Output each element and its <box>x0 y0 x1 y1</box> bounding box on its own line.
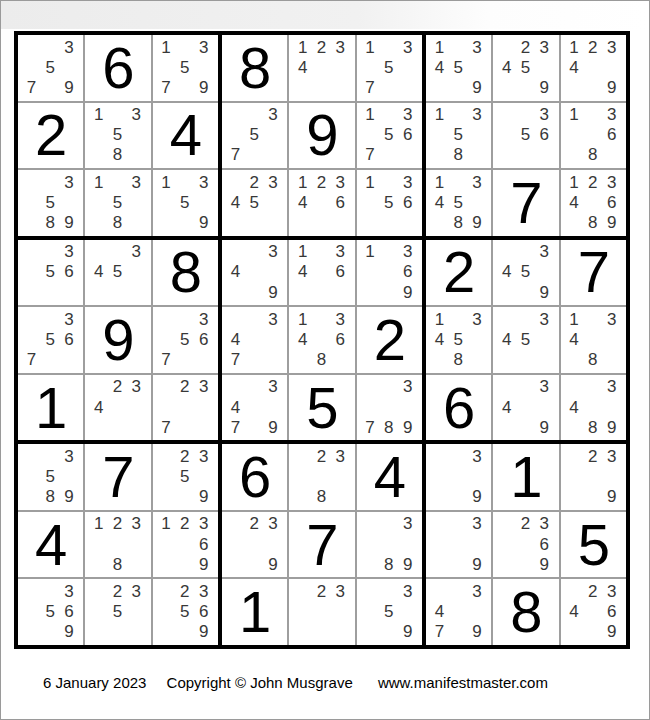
candidate-7 <box>89 417 108 437</box>
candidate-1: 1 <box>361 242 380 262</box>
candidate-2 <box>41 581 60 601</box>
candidate-3: 3 <box>398 105 417 125</box>
candidate-9: 9 <box>602 417 621 437</box>
candidate-8 <box>379 145 398 165</box>
candidate-9: 9 <box>602 77 621 97</box>
candidate-7 <box>361 212 380 232</box>
candidate-4 <box>89 534 108 554</box>
candidate-9 <box>127 417 146 437</box>
cell-r9c1[interactable]: 3569 <box>18 579 83 645</box>
candidate-5 <box>379 397 398 417</box>
given-digit: 8 <box>510 583 541 641</box>
cell-r4c9[interactable]: 7 <box>561 240 626 306</box>
candidate-3: 3 <box>331 37 350 57</box>
candidate-3: 3 <box>398 514 417 534</box>
candidate-3: 3 <box>468 514 487 534</box>
candidate-1: 1 <box>361 37 380 57</box>
cell-r4c4[interactable]: 349 <box>222 240 287 306</box>
candidate-9: 9 <box>194 487 213 507</box>
candidate-6 <box>602 57 621 77</box>
given-digit: 8 <box>170 243 201 301</box>
cell-r4c3[interactable]: 8 <box>153 240 218 306</box>
cell-r5c5[interactable]: 13468 <box>289 307 354 373</box>
cell-r8c1[interactable]: 4 <box>18 512 83 578</box>
candidate-grid: 3589 <box>22 172 78 233</box>
candidate-3: 3 <box>264 309 283 329</box>
candidate-7 <box>226 554 245 574</box>
candidate-4 <box>89 125 108 145</box>
cell-r8c5[interactable]: 7 <box>289 512 354 578</box>
candidate-9: 9 <box>602 487 621 507</box>
candidate-8 <box>245 282 264 302</box>
candidate-1 <box>430 581 449 601</box>
candidate-9: 9 <box>535 417 554 437</box>
candidate-9: 9 <box>535 282 554 302</box>
puzzle-page: 3579613579213584358913581359812341357357… <box>0 0 650 720</box>
candidate-3: 3 <box>535 37 554 57</box>
candidate-3: 3 <box>468 172 487 192</box>
candidate-2: 2 <box>108 377 127 397</box>
candidate-9 <box>398 212 417 232</box>
cell-r5c8[interactable]: 345 <box>493 307 558 373</box>
cell-r4c2[interactable]: 345 <box>85 240 150 306</box>
given-digit: 2 <box>35 106 66 164</box>
cell-r5c3[interactable]: 3567 <box>153 307 218 373</box>
candidate-6 <box>60 192 79 212</box>
candidate-3: 3 <box>264 172 283 192</box>
candidate-7: 7 <box>361 417 380 437</box>
box-9: 39123939236953479823469 <box>426 444 626 645</box>
candidate-1 <box>226 514 245 534</box>
candidate-9: 9 <box>602 622 621 642</box>
candidate-4: 4 <box>497 329 516 349</box>
puzzle-date: 6 January 2023 <box>43 674 146 691</box>
candidate-1 <box>430 446 449 466</box>
candidate-8 <box>449 622 468 642</box>
cell-r8c8[interactable]: 2369 <box>493 512 558 578</box>
cell-r2c5[interactable]: 9 <box>289 103 354 169</box>
candidate-5: 5 <box>41 467 60 487</box>
candidate-9: 9 <box>398 554 417 574</box>
given-digit: 5 <box>578 516 609 574</box>
candidate-3: 3 <box>468 446 487 466</box>
cell-r3c2[interactable]: 1358 <box>85 170 150 236</box>
candidate-8 <box>245 350 264 370</box>
candidate-grid: 12349 <box>565 37 621 98</box>
cell-r2c3[interactable]: 4 <box>153 103 218 169</box>
candidate-8 <box>449 487 468 507</box>
candidate-5 <box>175 534 194 554</box>
candidate-1: 1 <box>89 172 108 192</box>
candidate-5: 5 <box>516 329 535 349</box>
candidate-grid: 3489 <box>565 377 621 438</box>
candidate-4: 4 <box>226 329 245 349</box>
candidate-4 <box>293 467 312 487</box>
cell-r5c7[interactable]: 13458 <box>426 307 491 373</box>
cell-r2c4[interactable]: 357 <box>222 103 287 169</box>
candidate-9 <box>331 350 350 370</box>
cell-r6c3[interactable]: 237 <box>153 375 218 441</box>
candidate-5 <box>312 57 331 77</box>
candidate-1 <box>565 446 584 466</box>
cell-r5c1[interactable]: 3567 <box>18 307 83 373</box>
candidate-6 <box>468 329 487 349</box>
cell-r9c7[interactable]: 3479 <box>426 579 491 645</box>
candidate-9 <box>60 350 79 370</box>
candidate-1: 1 <box>293 309 312 329</box>
candidate-5: 5 <box>245 125 264 145</box>
candidate-2 <box>312 309 331 329</box>
candidate-3: 3 <box>127 242 146 262</box>
cell-r5c6[interactable]: 2 <box>357 307 422 373</box>
cell-r2c2[interactable]: 1358 <box>85 103 150 169</box>
candidate-1 <box>22 446 41 466</box>
candidate-7: 7 <box>430 622 449 642</box>
candidate-9: 9 <box>264 554 283 574</box>
candidate-4 <box>157 397 176 417</box>
candidate-5 <box>312 467 331 487</box>
cell-r4c1[interactable]: 356 <box>18 240 83 306</box>
candidate-grid: 2369 <box>497 514 553 575</box>
candidate-9: 9 <box>398 282 417 302</box>
candidate-2 <box>245 309 264 329</box>
candidate-grid: 1356 <box>361 172 417 233</box>
candidate-7: 7 <box>157 417 176 437</box>
candidate-9 <box>535 145 554 165</box>
candidate-5 <box>312 192 331 212</box>
candidate-8: 8 <box>108 554 127 574</box>
candidate-4 <box>89 602 108 622</box>
cell-r9c3[interactable]: 23569 <box>153 579 218 645</box>
candidate-5 <box>312 602 331 622</box>
candidate-1 <box>157 581 176 601</box>
candidate-2: 2 <box>312 172 331 192</box>
cell-r2c9[interactable]: 1368 <box>561 103 626 169</box>
cell-r1c3[interactable]: 13579 <box>153 35 218 101</box>
cell-r5c9[interactable]: 1348 <box>561 307 626 373</box>
candidate-5: 5 <box>449 192 468 212</box>
cell-r1c8[interactable]: 23459 <box>493 35 558 101</box>
cell-r2c8[interactable]: 356 <box>493 103 558 169</box>
candidate-grid: 3569 <box>22 581 78 642</box>
candidate-7 <box>430 77 449 97</box>
candidate-6: 6 <box>60 602 79 622</box>
candidate-3: 3 <box>398 37 417 57</box>
cell-r6c4[interactable]: 3479 <box>222 375 287 441</box>
cell-r6c5[interactable]: 5 <box>289 375 354 441</box>
candidate-grid: 3567 <box>22 309 78 370</box>
candidate-2 <box>41 309 60 329</box>
cell-r1c6[interactable]: 1357 <box>357 35 422 101</box>
candidate-8 <box>175 350 194 370</box>
cell-r8c9[interactable]: 5 <box>561 512 626 578</box>
candidate-4 <box>361 534 380 554</box>
candidate-2 <box>108 172 127 192</box>
cell-r7c7[interactable]: 39 <box>426 444 491 510</box>
cell-r4c7[interactable]: 2 <box>426 240 491 306</box>
candidate-grid: 3579 <box>22 37 78 98</box>
candidate-9: 9 <box>468 212 487 232</box>
cell-r8c7[interactable]: 39 <box>426 512 491 578</box>
candidate-6 <box>127 192 146 212</box>
candidate-9 <box>398 77 417 97</box>
candidate-5 <box>583 602 602 622</box>
candidate-9 <box>535 350 554 370</box>
candidate-3: 3 <box>602 581 621 601</box>
cell-r3c8[interactable]: 7 <box>493 170 558 236</box>
candidate-8 <box>175 417 194 437</box>
candidate-8: 8 <box>312 350 331 370</box>
candidate-7 <box>565 487 584 507</box>
candidate-grid: 356 <box>497 105 553 166</box>
candidate-2: 2 <box>516 514 535 534</box>
footer: 6 January 2023 Copyright © John Musgrave… <box>43 674 548 691</box>
cell-r6c7[interactable]: 6 <box>426 375 491 441</box>
candidate-1: 1 <box>565 309 584 329</box>
cell-r7c6[interactable]: 4 <box>357 444 422 510</box>
candidate-grid: 12346 <box>293 172 349 233</box>
cell-r3c4[interactable]: 2345 <box>222 170 287 236</box>
candidate-6: 6 <box>194 534 213 554</box>
candidate-3: 3 <box>194 172 213 192</box>
cell-r8c2[interactable]: 1238 <box>85 512 150 578</box>
candidate-7 <box>361 282 380 302</box>
candidate-1: 1 <box>157 514 176 534</box>
cell-r1c9[interactable]: 12349 <box>561 35 626 101</box>
candidate-3: 3 <box>60 309 79 329</box>
candidate-3: 3 <box>398 242 417 262</box>
cell-r6c2[interactable]: 234 <box>85 375 150 441</box>
cell-r1c1[interactable]: 3579 <box>18 35 83 101</box>
candidate-5: 5 <box>175 602 194 622</box>
candidate-3: 3 <box>60 581 79 601</box>
candidate-5: 5 <box>449 125 468 145</box>
cell-r1c5[interactable]: 1234 <box>289 35 354 101</box>
candidate-9 <box>331 77 350 97</box>
candidate-9 <box>264 350 283 370</box>
cell-r3c1[interactable]: 3589 <box>18 170 83 236</box>
cell-r8c4[interactable]: 239 <box>222 512 287 578</box>
candidate-9 <box>602 350 621 370</box>
cell-r3c3[interactable]: 1359 <box>153 170 218 236</box>
candidate-6 <box>398 534 417 554</box>
cell-r9c2[interactable]: 235 <box>85 579 150 645</box>
candidate-3: 3 <box>398 172 417 192</box>
cell-r2c1[interactable]: 2 <box>18 103 83 169</box>
candidate-6 <box>60 467 79 487</box>
candidate-grid: 13458 <box>430 309 486 370</box>
candidate-2: 2 <box>108 581 127 601</box>
candidate-4 <box>157 467 176 487</box>
candidate-2 <box>175 37 194 57</box>
candidate-2 <box>449 172 468 192</box>
candidate-6 <box>331 602 350 622</box>
candidate-8 <box>245 145 264 165</box>
candidate-7 <box>293 212 312 232</box>
cell-r9c6[interactable]: 359 <box>357 579 422 645</box>
candidate-grid: 23569 <box>157 581 213 642</box>
candidate-9: 9 <box>194 212 213 232</box>
candidate-9 <box>194 350 213 370</box>
candidate-grid: 345 <box>497 309 553 370</box>
candidate-5 <box>583 397 602 417</box>
candidate-2 <box>41 446 60 466</box>
candidate-1: 1 <box>565 172 584 192</box>
given-digit: 4 <box>35 516 66 574</box>
cell-r8c6[interactable]: 389 <box>357 512 422 578</box>
given-digit: 5 <box>306 379 337 437</box>
cell-r6c9[interactable]: 3489 <box>561 375 626 441</box>
cell-r7c1[interactable]: 3589 <box>18 444 83 510</box>
candidate-7 <box>361 554 380 574</box>
candidate-3: 3 <box>535 377 554 397</box>
candidate-7 <box>89 622 108 642</box>
candidate-6: 6 <box>602 125 621 145</box>
candidate-5: 5 <box>41 57 60 77</box>
candidate-8: 8 <box>379 554 398 574</box>
candidate-3: 3 <box>127 105 146 125</box>
candidate-3: 3 <box>264 514 283 534</box>
candidate-2: 2 <box>245 172 264 192</box>
cell-r2c6[interactable]: 13567 <box>357 103 422 169</box>
cell-r7c4[interactable]: 6 <box>222 444 287 510</box>
cell-r5c2[interactable]: 9 <box>85 307 150 373</box>
candidate-2: 2 <box>175 581 194 601</box>
candidate-3: 3 <box>331 581 350 601</box>
candidate-3: 3 <box>468 581 487 601</box>
candidate-4: 4 <box>497 397 516 417</box>
candidate-9: 9 <box>194 77 213 97</box>
candidate-2: 2 <box>175 377 194 397</box>
page-top-strip <box>1 1 649 29</box>
box-7: 3589723594123812369356923523569 <box>18 444 218 645</box>
candidate-6 <box>468 467 487 487</box>
candidate-2 <box>449 37 468 57</box>
candidate-4 <box>361 57 380 77</box>
candidate-1 <box>565 581 584 601</box>
candidate-6 <box>398 602 417 622</box>
candidate-8 <box>583 622 602 642</box>
candidate-6 <box>468 57 487 77</box>
cell-r9c4[interactable]: 1 <box>222 579 287 645</box>
candidate-1: 1 <box>565 105 584 125</box>
candidate-1 <box>89 242 108 262</box>
candidate-6 <box>602 467 621 487</box>
candidate-grid: 39 <box>430 446 486 507</box>
candidate-2 <box>449 446 468 466</box>
candidate-6 <box>468 192 487 212</box>
cell-r6c1[interactable]: 1 <box>18 375 83 441</box>
candidate-3: 3 <box>127 377 146 397</box>
candidate-2 <box>379 37 398 57</box>
given-digit: 2 <box>374 311 405 369</box>
cell-r7c9[interactable]: 239 <box>561 444 626 510</box>
candidate-3: 3 <box>127 172 146 192</box>
cell-r4c5[interactable]: 1346 <box>289 240 354 306</box>
candidate-7 <box>497 554 516 574</box>
candidate-1: 1 <box>89 514 108 534</box>
candidate-2: 2 <box>312 446 331 466</box>
candidate-3: 3 <box>331 172 350 192</box>
cell-r4c6[interactable]: 1369 <box>357 240 422 306</box>
candidate-6 <box>264 534 283 554</box>
cell-r3c7[interactable]: 134589 <box>426 170 491 236</box>
candidate-8 <box>516 77 535 97</box>
candidate-6 <box>127 602 146 622</box>
candidate-1: 1 <box>157 172 176 192</box>
cell-r1c4[interactable]: 8 <box>222 35 287 101</box>
cell-r6c8[interactable]: 349 <box>493 375 558 441</box>
candidate-1 <box>157 446 176 466</box>
cell-r3c9[interactable]: 1234689 <box>561 170 626 236</box>
cell-r9c5[interactable]: 23 <box>289 579 354 645</box>
cell-r4c8[interactable]: 3459 <box>493 240 558 306</box>
candidate-5 <box>583 329 602 349</box>
candidate-9: 9 <box>398 622 417 642</box>
candidate-5: 5 <box>108 602 127 622</box>
candidate-8 <box>108 622 127 642</box>
candidate-3: 3 <box>127 581 146 601</box>
cell-r9c8[interactable]: 8 <box>493 579 558 645</box>
candidate-grid: 23469 <box>565 581 621 642</box>
candidate-1 <box>226 172 245 192</box>
candidate-9 <box>398 145 417 165</box>
cell-r6c6[interactable]: 3789 <box>357 375 422 441</box>
candidate-2 <box>379 581 398 601</box>
cell-r2c7[interactable]: 1358 <box>426 103 491 169</box>
candidate-7: 7 <box>157 350 176 370</box>
cell-r7c3[interactable]: 2359 <box>153 444 218 510</box>
candidate-8 <box>245 417 264 437</box>
cell-r8c3[interactable]: 12369 <box>153 512 218 578</box>
candidate-7: 7 <box>226 417 245 437</box>
candidate-9: 9 <box>194 622 213 642</box>
given-digit: 4 <box>374 448 405 506</box>
candidate-7 <box>565 212 584 232</box>
candidate-5 <box>516 397 535 417</box>
candidate-8 <box>41 282 60 302</box>
cell-r7c8[interactable]: 1 <box>493 444 558 510</box>
candidate-grid: 345 <box>89 242 145 303</box>
cell-r7c5[interactable]: 238 <box>289 444 354 510</box>
given-digit: 1 <box>35 379 66 437</box>
candidate-4 <box>293 602 312 622</box>
candidate-grid: 13459 <box>430 37 486 98</box>
candidate-1: 1 <box>293 172 312 192</box>
candidate-6: 6 <box>331 262 350 282</box>
given-digit: 2 <box>443 243 474 301</box>
candidate-3: 3 <box>331 309 350 329</box>
cell-r3c6[interactable]: 1356 <box>357 170 422 236</box>
candidate-6 <box>264 192 283 212</box>
candidate-1 <box>361 581 380 601</box>
cell-r9c9[interactable]: 23469 <box>561 579 626 645</box>
cell-r1c2[interactable]: 6 <box>85 35 150 101</box>
candidate-1 <box>497 377 516 397</box>
candidate-grid: 3567 <box>157 309 213 370</box>
candidate-7 <box>565 77 584 97</box>
candidate-2: 2 <box>108 514 127 534</box>
cell-r1c7[interactable]: 13459 <box>426 35 491 101</box>
candidate-4: 4 <box>565 329 584 349</box>
candidate-3: 3 <box>264 105 283 125</box>
candidate-9 <box>127 554 146 574</box>
candidate-grid: 1357 <box>361 37 417 98</box>
candidate-6: 6 <box>535 125 554 145</box>
cell-r5c4[interactable]: 347 <box>222 307 287 373</box>
cell-r3c5[interactable]: 12346 <box>289 170 354 236</box>
cell-r7c2[interactable]: 7 <box>85 444 150 510</box>
